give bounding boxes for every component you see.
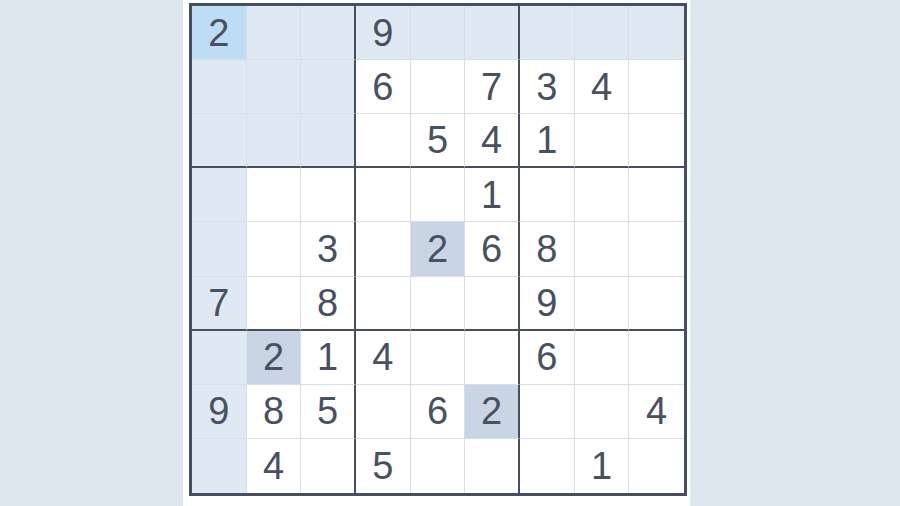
digit: 4 (263, 447, 284, 485)
digit: 1 (536, 121, 557, 159)
digit: 5 (372, 447, 393, 485)
cell-r1c9[interactable] (629, 6, 684, 60)
cell-r4c3[interactable] (301, 168, 356, 222)
cell-r8c9[interactable]: 4 (629, 385, 684, 439)
cell-r8c1[interactable]: 9 (192, 385, 247, 439)
digit: 5 (317, 392, 338, 430)
cell-r8c7[interactable] (520, 385, 575, 439)
cell-r5c5[interactable]: 2 (411, 222, 466, 276)
cell-r1c7[interactable] (520, 6, 575, 60)
cell-r4c4[interactable] (356, 168, 411, 222)
sudoku-panel: 296734541132687892146985624451 (183, 0, 690, 506)
digit: 8 (263, 392, 284, 430)
digit: 2 (263, 338, 284, 376)
cell-r6c8[interactable] (575, 277, 630, 331)
cell-r4c5[interactable] (411, 168, 466, 222)
digit: 4 (591, 68, 612, 106)
digit: 1 (591, 447, 612, 485)
cell-r4c6[interactable]: 1 (465, 168, 520, 222)
cell-r9c1[interactable] (192, 439, 247, 493)
cell-r9c5[interactable] (411, 439, 466, 493)
cell-r3c9[interactable] (629, 114, 684, 168)
cell-r8c3[interactable]: 5 (301, 385, 356, 439)
cell-r5c9[interactable] (629, 222, 684, 276)
cell-r2c4[interactable]: 6 (356, 60, 411, 114)
cell-r7c3[interactable]: 1 (301, 331, 356, 385)
cell-r5c1[interactable] (192, 222, 247, 276)
cell-r6c5[interactable] (411, 277, 466, 331)
cell-r8c2[interactable]: 8 (247, 385, 302, 439)
cell-r1c4[interactable]: 9 (356, 6, 411, 60)
cell-r3c4[interactable] (356, 114, 411, 168)
cell-r2c7[interactable]: 3 (520, 60, 575, 114)
cell-r7c4[interactable]: 4 (356, 331, 411, 385)
cell-r7c5[interactable] (411, 331, 466, 385)
cell-r2c6[interactable]: 7 (465, 60, 520, 114)
cell-r8c4[interactable] (356, 385, 411, 439)
cell-r4c8[interactable] (575, 168, 630, 222)
cell-r7c8[interactable] (575, 331, 630, 385)
digit: 4 (372, 338, 393, 376)
cell-r6c4[interactable] (356, 277, 411, 331)
cell-r3c1[interactable] (192, 114, 247, 168)
cell-r1c5[interactable] (411, 6, 466, 60)
cell-r1c2[interactable] (247, 6, 302, 60)
cell-r3c3[interactable] (301, 114, 356, 168)
digit: 9 (536, 284, 557, 322)
cell-r9c2[interactable]: 4 (247, 439, 302, 493)
cell-r7c6[interactable] (465, 331, 520, 385)
cell-r2c5[interactable] (411, 60, 466, 114)
cell-r6c9[interactable] (629, 277, 684, 331)
digit: 3 (536, 68, 557, 106)
cell-r8c6[interactable]: 2 (465, 385, 520, 439)
cell-r5c7[interactable]: 8 (520, 222, 575, 276)
digit: 5 (427, 121, 448, 159)
cell-r6c7[interactable]: 9 (520, 277, 575, 331)
cell-r1c1[interactable]: 2 (192, 6, 247, 60)
cell-r9c3[interactable] (301, 439, 356, 493)
cell-r1c3[interactable] (301, 6, 356, 60)
cell-r8c5[interactable]: 6 (411, 385, 466, 439)
digit: 7 (208, 284, 229, 322)
digit: 6 (536, 338, 557, 376)
cell-r9c7[interactable] (520, 439, 575, 493)
cell-r2c2[interactable] (247, 60, 302, 114)
cell-r9c8[interactable]: 1 (575, 439, 630, 493)
cell-r5c6[interactable]: 6 (465, 222, 520, 276)
cell-r2c3[interactable] (301, 60, 356, 114)
cell-r7c1[interactable] (192, 331, 247, 385)
cell-r4c2[interactable] (247, 168, 302, 222)
cell-r4c1[interactable] (192, 168, 247, 222)
digit: 3 (317, 230, 338, 268)
cell-r6c1[interactable]: 7 (192, 277, 247, 331)
cell-r7c7[interactable]: 6 (520, 331, 575, 385)
cell-r7c9[interactable] (629, 331, 684, 385)
cell-r2c8[interactable]: 4 (575, 60, 630, 114)
cell-r3c6[interactable]: 4 (465, 114, 520, 168)
digit: 8 (536, 230, 557, 268)
digit: 6 (481, 230, 502, 268)
cell-r2c9[interactable] (629, 60, 684, 114)
digit: 2 (208, 14, 229, 52)
cell-r2c1[interactable] (192, 60, 247, 114)
digit: 2 (481, 392, 502, 430)
cell-r3c5[interactable]: 5 (411, 114, 466, 168)
cell-r9c9[interactable] (629, 439, 684, 493)
cell-r4c9[interactable] (629, 168, 684, 222)
cell-r7c2[interactable]: 2 (247, 331, 302, 385)
cell-r4c7[interactable] (520, 168, 575, 222)
sudoku-board: 296734541132687892146985624451 (189, 3, 687, 496)
digit: 9 (208, 392, 229, 430)
cell-r3c8[interactable] (575, 114, 630, 168)
cell-r3c7[interactable]: 1 (520, 114, 575, 168)
cell-r9c4[interactable]: 5 (356, 439, 411, 493)
cell-r6c6[interactable] (465, 277, 520, 331)
digit: 8 (317, 284, 338, 322)
cell-r8c8[interactable] (575, 385, 630, 439)
cell-r5c8[interactable] (575, 222, 630, 276)
digit: 4 (646, 392, 667, 430)
cell-r3c2[interactable] (247, 114, 302, 168)
cell-r1c6[interactable] (465, 6, 520, 60)
cell-r6c2[interactable] (247, 277, 302, 331)
cell-r1c8[interactable] (575, 6, 630, 60)
cell-r6c3[interactable]: 8 (301, 277, 356, 331)
digit: 1 (317, 338, 338, 376)
digit: 6 (372, 68, 393, 106)
digit: 9 (372, 14, 393, 52)
digit: 2 (427, 230, 448, 268)
cell-r5c2[interactable] (247, 222, 302, 276)
cell-r5c3[interactable]: 3 (301, 222, 356, 276)
digit: 4 (481, 121, 502, 159)
digit: 1 (481, 176, 502, 214)
cell-r9c6[interactable] (465, 439, 520, 493)
cell-r5c4[interactable] (356, 222, 411, 276)
digit: 7 (481, 68, 502, 106)
digit: 6 (427, 392, 448, 430)
